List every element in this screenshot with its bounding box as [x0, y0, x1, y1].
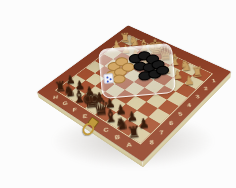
photo-canvas: ♜♞♝♚♛♝♞♜♟♟♟♟♟♟♟♟♟♟♟♟♟♟♟♟♜♞♝♚♛♝♞♜ HGFEDCB… [0, 0, 236, 188]
checker-disc-light [112, 74, 126, 84]
die [103, 73, 114, 84]
file-label-B: B [111, 131, 124, 142]
file-label-A: A [123, 139, 137, 150]
file-label-C: C [100, 124, 113, 135]
checkers-bag [98, 43, 176, 99]
file-label-F: F [69, 105, 81, 115]
die-pip [110, 78, 112, 80]
file-label-G: G [59, 98, 71, 107]
piece-black-rook[interactable]: ♜ [125, 123, 142, 140]
file-label-H: H [50, 93, 62, 102]
die-pip [107, 81, 109, 83]
square-a7[interactable]: ♟ [139, 117, 161, 133]
checker-disc-dark [156, 65, 170, 75]
die-pip [106, 77, 108, 79]
piece-white-pawn[interactable]: ♟ [182, 74, 197, 87]
